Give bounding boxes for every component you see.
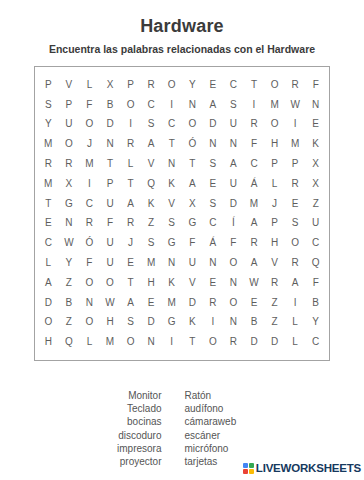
grid-cell[interactable]: N <box>79 293 100 313</box>
grid-cell[interactable]: F <box>100 214 121 234</box>
grid-cell[interactable]: S <box>141 233 162 253</box>
grid-cell[interactable]: E <box>38 214 59 234</box>
grid-cell[interactable]: M <box>244 194 265 214</box>
grid-cell[interactable]: O <box>264 115 285 135</box>
grid-cell[interactable]: N <box>182 95 203 115</box>
grid-cell[interactable]: O <box>223 293 244 313</box>
grid-cell[interactable]: Z <box>264 312 285 332</box>
grid-cell[interactable]: R <box>244 115 265 135</box>
liveworksheets-logo[interactable]: LIVEWORKSHEETS <box>243 462 361 474</box>
grid-cell[interactable]: V <box>182 273 203 293</box>
grid-cell[interactable]: T <box>182 332 203 352</box>
grid-cell[interactable]: N <box>305 95 326 115</box>
grid-cell[interactable]: M <box>100 332 121 352</box>
grid-cell[interactable]: B <box>305 293 326 313</box>
grid-cell[interactable]: I <box>285 293 306 313</box>
grid-cell[interactable]: P <box>38 75 59 95</box>
grid-cell[interactable]: R <box>203 293 224 313</box>
grid-cell[interactable]: D <box>182 293 203 313</box>
page-title: Hardware <box>0 16 364 37</box>
grid-cell[interactable]: O <box>79 273 100 293</box>
grid-cell[interactable]: I <box>244 95 265 115</box>
grid-cell[interactable]: R <box>264 273 285 293</box>
grid-cell[interactable]: L <box>264 174 285 194</box>
grid-cell[interactable]: I <box>203 312 224 332</box>
grid-cell[interactable]: A <box>203 95 224 115</box>
word-item: micrófono <box>185 442 255 455</box>
grid-cell[interactable]: T <box>120 273 141 293</box>
logo-color-square <box>249 469 254 474</box>
grid-cell[interactable]: K <box>305 134 326 154</box>
grid-cell[interactable]: I <box>161 95 182 115</box>
grid-cell[interactable]: W <box>244 273 265 293</box>
grid-cell[interactable]: X <box>182 194 203 214</box>
grid-cell[interactable]: Z <box>59 273 80 293</box>
grid-cell[interactable]: Y <box>59 253 80 273</box>
grid-cell[interactable]: K <box>161 174 182 194</box>
grid-cell[interactable]: U <box>223 174 244 194</box>
grid-cell[interactable]: S <box>161 214 182 234</box>
grid-cell[interactable]: H <box>264 233 285 253</box>
grid-cell[interactable]: S <box>203 194 224 214</box>
grid-cell[interactable]: M <box>38 134 59 154</box>
grid-cell[interactable]: T <box>161 134 182 154</box>
grid-cell[interactable]: U <box>100 253 121 273</box>
grid-cell[interactable]: S <box>203 154 224 174</box>
grid-cell[interactable]: G <box>59 194 80 214</box>
grid-cell[interactable]: E <box>203 174 224 194</box>
grid-cell[interactable]: Á <box>203 233 224 253</box>
logo-color-square <box>243 463 248 468</box>
grid-cell[interactable]: B <box>59 293 80 313</box>
grid-cell[interactable]: N <box>141 332 162 352</box>
grid-cell[interactable]: O <box>223 253 244 273</box>
grid-cell[interactable]: A <box>141 134 162 154</box>
grid-cell[interactable]: A <box>182 174 203 194</box>
grid-cell[interactable]: F <box>79 253 100 273</box>
grid-cell[interactable]: O <box>182 115 203 135</box>
grid-cell[interactable]: P <box>59 95 80 115</box>
grid-cell[interactable]: D <box>223 194 244 214</box>
grid-cell[interactable]: O <box>285 233 306 253</box>
grid-cell[interactable]: C <box>161 115 182 135</box>
word-item: proyector <box>100 455 162 468</box>
grid-cell[interactable]: Y <box>182 75 203 95</box>
grid-cell[interactable]: A <box>120 293 141 313</box>
grid-cell[interactable]: Ó <box>182 134 203 154</box>
grid-cell[interactable]: H <box>100 312 121 332</box>
grid-cell[interactable]: D <box>203 115 224 135</box>
grid-cell[interactable]: N <box>203 134 224 154</box>
grid-cell[interactable]: C <box>244 154 265 174</box>
grid-cell[interactable]: J <box>264 194 285 214</box>
grid-cell[interactable]: F <box>223 233 244 253</box>
grid-cell[interactable]: T <box>182 154 203 174</box>
grid-cell[interactable]: R <box>79 214 100 234</box>
grid-cell[interactable]: H <box>38 332 59 352</box>
grid-cell[interactable]: L <box>285 312 306 332</box>
grid-cell[interactable]: R <box>285 75 306 95</box>
grid-cell[interactable]: F <box>182 233 203 253</box>
grid-cell[interactable]: L <box>120 154 141 174</box>
grid-cell[interactable]: U <box>182 253 203 273</box>
word-item: Monitor <box>100 389 162 402</box>
grid-cell[interactable]: Á <box>244 174 265 194</box>
grid-cell[interactable]: I <box>120 115 141 135</box>
grid-cell[interactable]: Z <box>59 312 80 332</box>
grid-cell[interactable]: Ó <box>79 233 100 253</box>
grid-cell[interactable]: U <box>223 115 244 135</box>
grid-cell[interactable]: D <box>264 332 285 352</box>
word-item: bocinas <box>100 415 162 428</box>
grid-cell[interactable]: L <box>79 332 100 352</box>
grid-cell[interactable]: W <box>100 293 121 313</box>
word-item: Teclado <box>100 402 162 415</box>
grid-cell[interactable]: B <box>244 312 265 332</box>
word-item: Ratón <box>185 389 255 402</box>
grid-cell[interactable]: S <box>120 312 141 332</box>
grid-cell[interactable]: M <box>161 293 182 313</box>
grid-cell[interactable]: N <box>223 134 244 154</box>
grid-cell[interactable]: I <box>79 174 100 194</box>
grid-cell[interactable]: Y <box>305 312 326 332</box>
grid-cell[interactable]: S <box>285 214 306 234</box>
grid-cell[interactable]: F <box>305 273 326 293</box>
grid-cell[interactable]: H <box>141 273 162 293</box>
grid-cell[interactable]: R <box>223 332 244 352</box>
word-list: MonitorTecladobocinasdiscoduroimpresorap… <box>0 389 354 468</box>
grid-cell[interactable]: R <box>59 154 80 174</box>
grid-cell[interactable]: T <box>100 154 121 174</box>
grid-cell[interactable]: M <box>38 174 59 194</box>
grid-cell[interactable]: X <box>100 75 121 95</box>
grid-cell[interactable]: T <box>38 194 59 214</box>
grid-cell[interactable]: O <box>79 312 100 332</box>
grid-cell[interactable]: T <box>120 174 141 194</box>
grid-cell[interactable]: P <box>264 154 285 174</box>
grid-cell[interactable]: W <box>59 233 80 253</box>
liveworksheets-logo-text: LIVEWORKSHEETS <box>256 462 361 474</box>
grid-cell[interactable]: A <box>244 214 265 234</box>
grid-cell[interactable]: O <box>38 312 59 332</box>
grid-cell[interactable]: V <box>264 253 285 273</box>
grid-cell[interactable]: A <box>285 273 306 293</box>
grid-cell[interactable]: Z <box>264 293 285 313</box>
grid-cell[interactable]: K <box>182 312 203 332</box>
grid-cell[interactable]: O <box>100 273 121 293</box>
word-item: audífono <box>185 402 255 415</box>
grid-cell[interactable]: E <box>203 273 224 293</box>
grid-cell[interactable]: Z <box>141 214 162 234</box>
grid-cell[interactable]: D <box>141 312 162 332</box>
grid-cell[interactable]: Q <box>59 332 80 352</box>
grid-cell[interactable]: L <box>79 75 100 95</box>
grid-cell[interactable]: F <box>305 75 326 95</box>
grid-cell[interactable]: A <box>38 273 59 293</box>
grid-cell[interactable]: I <box>285 115 306 135</box>
grid-cell[interactable]: O <box>120 95 141 115</box>
grid-cell[interactable]: O <box>59 134 80 154</box>
grid-cell[interactable]: X <box>305 154 326 174</box>
grid-cell[interactable]: D <box>100 115 121 135</box>
grid-cell[interactable]: L <box>285 332 306 352</box>
grid-cell[interactable]: Z <box>305 194 326 214</box>
grid-cell[interactable]: E <box>244 293 265 313</box>
grid-cell[interactable]: V <box>161 194 182 214</box>
word-list-column-1: MonitorTecladobocinasdiscoduroimpresorap… <box>100 389 162 468</box>
page-subtitle: Encuentra las palabras relacionadas con … <box>0 43 364 55</box>
grid-cell[interactable]: C <box>38 233 59 253</box>
grid-cell[interactable]: L <box>38 253 59 273</box>
grid-cell[interactable]: R <box>285 253 306 273</box>
grid-cell[interactable]: U <box>100 194 121 214</box>
grid-cell[interactable]: C <box>203 214 224 234</box>
grid-cell[interactable]: X <box>305 174 326 194</box>
grid-cell[interactable]: V <box>141 154 162 174</box>
grid-cell[interactable]: N <box>203 253 224 273</box>
grid-cell[interactable]: G <box>182 214 203 234</box>
grid-cell[interactable]: E <box>141 293 162 313</box>
word-list-column-2: Ratónaudífonocámarawebescánermicrófonota… <box>185 389 255 468</box>
grid-cell[interactable]: S <box>141 115 162 135</box>
grid-cell[interactable]: H <box>264 134 285 154</box>
grid-cell[interactable]: O <box>203 332 224 352</box>
grid-cell[interactable]: R <box>120 214 141 234</box>
grid-cell[interactable]: R <box>38 154 59 174</box>
grid-cell[interactable]: U <box>100 233 121 253</box>
grid-cell[interactable]: P <box>100 174 121 194</box>
grid-cell[interactable]: M <box>79 154 100 174</box>
grid-cell[interactable]: N <box>223 312 244 332</box>
grid-cell[interactable]: I <box>161 332 182 352</box>
grid-cell[interactable]: Q <box>305 253 326 273</box>
grid-cell[interactable]: Í <box>223 214 244 234</box>
grid-cell[interactable]: A <box>223 154 244 174</box>
grid-cell[interactable]: T <box>244 75 265 95</box>
word-item: impresora <box>100 442 162 455</box>
grid-cell[interactable]: Q <box>141 174 162 194</box>
grid-cell[interactable]: M <box>141 253 162 273</box>
grid-cell[interactable]: N <box>161 253 182 273</box>
word-item: escáner <box>185 429 255 442</box>
word-item: discoduro <box>100 429 162 442</box>
grid-cell[interactable]: K <box>141 194 162 214</box>
grid-cell[interactable]: A <box>244 253 265 273</box>
grid-cell[interactable]: S <box>38 95 59 115</box>
grid-cell[interactable]: M <box>285 134 306 154</box>
grid-cell[interactable]: P <box>285 154 306 174</box>
grid-cell[interactable]: P <box>264 214 285 234</box>
grid-cell[interactable]: K <box>161 273 182 293</box>
grid-cell[interactable]: U <box>305 214 326 234</box>
grid-cell[interactable]: J <box>120 233 141 253</box>
grid-cell[interactable]: D <box>244 332 265 352</box>
grid-cell[interactable]: D <box>38 293 59 313</box>
grid-cell[interactable]: C <box>305 332 326 352</box>
grid-cell[interactable]: R <box>285 174 306 194</box>
grid-cell[interactable]: G <box>161 233 182 253</box>
grid-cell[interactable]: N <box>161 154 182 174</box>
grid-cell[interactable]: O <box>120 332 141 352</box>
grid-cell[interactable]: M <box>264 95 285 115</box>
grid-cell[interactable]: C <box>79 194 100 214</box>
grid-cell[interactable]: A <box>120 194 141 214</box>
grid-cell[interactable]: O <box>79 115 100 135</box>
grid-cell[interactable]: O <box>264 75 285 95</box>
grid-cell[interactable]: N <box>100 134 121 154</box>
grid-cell[interactable]: Y <box>38 115 59 135</box>
grid-cell[interactable]: N <box>223 273 244 293</box>
grid-cell[interactable]: S <box>223 95 244 115</box>
grid-cell[interactable]: G <box>161 312 182 332</box>
grid-cell[interactable]: F <box>79 95 100 115</box>
grid-cell[interactable]: C <box>305 233 326 253</box>
grid-cell[interactable]: R <box>244 233 265 253</box>
grid-cell[interactable]: R <box>141 75 162 95</box>
grid-cell[interactable]: E <box>285 194 306 214</box>
word-item: cámaraweb <box>185 415 255 428</box>
grid-cell[interactable]: P <box>120 75 141 95</box>
grid-cell[interactable]: O <box>161 75 182 95</box>
grid-cell[interactable]: W <box>285 95 306 115</box>
grid-cell[interactable]: E <box>120 253 141 273</box>
worksheet-page: Hardware Encuentra las palabras relacion… <box>0 0 364 480</box>
grid-cell[interactable]: U <box>59 115 80 135</box>
grid-cell[interactable]: C <box>141 95 162 115</box>
grid-cell[interactable]: J <box>79 134 100 154</box>
wordsearch-grid: PVLXPROYECTORFSPFBOCINASIMWNYUODISCODURO… <box>34 66 330 361</box>
grid-cell[interactable]: C <box>223 75 244 95</box>
logo-color-square <box>249 463 254 468</box>
logo-color-square <box>243 469 248 474</box>
grid-cell[interactable]: E <box>305 115 326 135</box>
grid-cell[interactable]: F <box>244 134 265 154</box>
grid-cell[interactable]: R <box>120 134 141 154</box>
grid-cell[interactable]: B <box>100 95 121 115</box>
grid-cell[interactable]: E <box>203 75 224 95</box>
liveworksheets-grid-icon <box>243 463 254 474</box>
grid-cell[interactable]: N <box>59 214 80 234</box>
grid-cell[interactable]: X <box>59 174 80 194</box>
grid-cell[interactable]: V <box>59 75 80 95</box>
